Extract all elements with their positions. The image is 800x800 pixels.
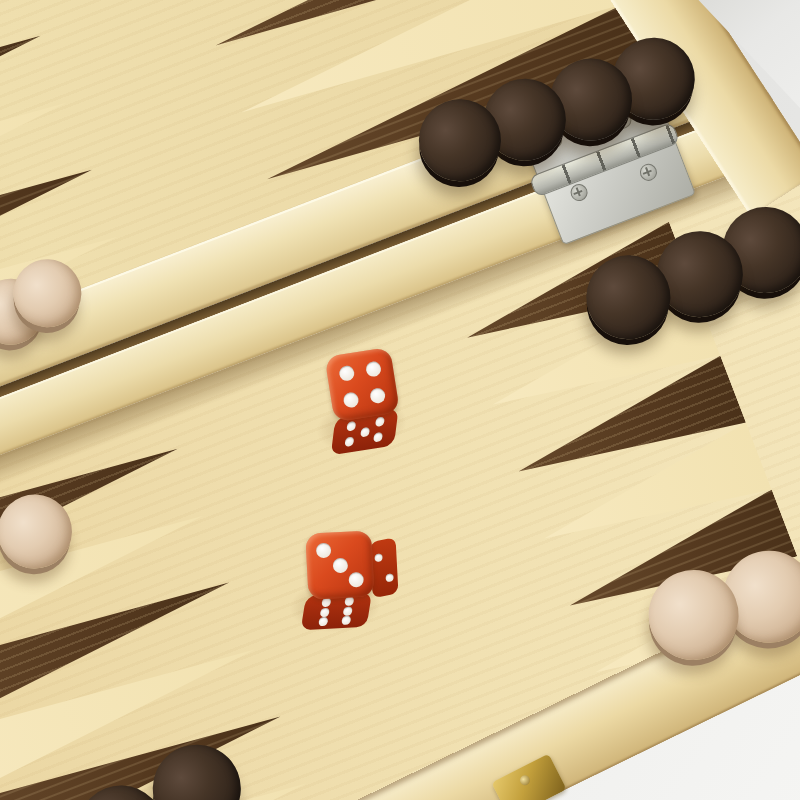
die-pip bbox=[365, 361, 382, 378]
die-pip bbox=[332, 557, 348, 573]
die-pip bbox=[341, 616, 351, 626]
backgammon-photo bbox=[0, 0, 800, 800]
die-pip bbox=[343, 606, 353, 616]
die-pip bbox=[347, 420, 357, 431]
die-pip bbox=[369, 387, 386, 404]
die-pip bbox=[343, 391, 360, 408]
die-pip bbox=[349, 572, 365, 588]
die-side-face bbox=[370, 537, 399, 598]
checker-light[interactable] bbox=[0, 484, 83, 580]
die-top-face bbox=[305, 530, 374, 599]
die-pip bbox=[315, 542, 331, 558]
die-pip bbox=[345, 437, 355, 448]
die-pip bbox=[375, 416, 385, 427]
die-pip bbox=[373, 432, 383, 443]
die-pip bbox=[339, 365, 356, 382]
scene bbox=[0, 0, 800, 800]
die-pip bbox=[385, 573, 393, 583]
die-top-face bbox=[324, 347, 400, 423]
checker-dark[interactable] bbox=[140, 732, 254, 800]
die-2[interactable] bbox=[295, 524, 432, 661]
die-pip bbox=[375, 553, 383, 563]
die-pip bbox=[318, 617, 328, 627]
die-1[interactable] bbox=[314, 334, 463, 483]
die-pip bbox=[319, 607, 329, 617]
main-pieces bbox=[0, 0, 800, 800]
die-pip bbox=[360, 426, 370, 437]
